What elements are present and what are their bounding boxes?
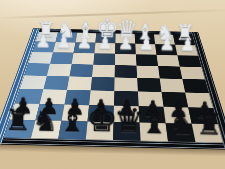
- square-f8[interactable]: ♝: [58, 121, 87, 140]
- square-f3[interactable]: [71, 53, 94, 65]
- black-queen[interactable]: ♛: [113, 103, 141, 138]
- square-c3[interactable]: [135, 54, 157, 66]
- square-d8[interactable]: ♛: [113, 122, 140, 141]
- square-a3[interactable]: [177, 55, 201, 67]
- square-d5[interactable]: [114, 77, 138, 91]
- black-knight[interactable]: ♞: [167, 110, 195, 140]
- black-bishop[interactable]: ♝: [58, 106, 86, 137]
- square-h8[interactable]: ♜: [3, 120, 35, 139]
- square-b5[interactable]: [159, 78, 184, 92]
- white-pawn[interactable]: ♟: [135, 35, 156, 53]
- square-a5[interactable]: [182, 79, 208, 93]
- square-d2[interactable]: ♟: [115, 43, 136, 54]
- square-f4[interactable]: [69, 64, 93, 77]
- square-e5[interactable]: [90, 77, 114, 91]
- chess-board-tilted: ♜♞♝♚♛♝♞♜♟♟♟♟♟♟♟♟♟♟♟♟♟♟♟♟♜♞♝♚♛♝♞♜: [0, 29, 225, 150]
- square-c4[interactable]: [136, 66, 159, 79]
- chess-board[interactable]: ♜♞♝♚♛♝♞♜♟♟♟♟♟♟♟♟♟♟♟♟♟♟♟♟♜♞♝♚♛♝♞♜: [3, 32, 223, 143]
- square-g8[interactable]: ♞: [30, 120, 61, 139]
- square-a4[interactable]: [179, 67, 204, 80]
- black-rook[interactable]: ♜: [195, 110, 223, 140]
- white-pawn[interactable]: ♟: [115, 34, 136, 52]
- black-knight[interactable]: ♞: [31, 106, 59, 136]
- square-e8[interactable]: ♚: [85, 121, 113, 140]
- white-pawn[interactable]: ♟: [156, 35, 177, 53]
- white-pawn[interactable]: ♟: [53, 33, 74, 51]
- square-f2[interactable]: ♟: [73, 42, 95, 53]
- black-rook[interactable]: ♜: [3, 106, 31, 136]
- square-a2[interactable]: ♟: [175, 45, 198, 56]
- square-d4[interactable]: [114, 65, 137, 78]
- square-f5[interactable]: [67, 76, 92, 90]
- square-g3[interactable]: [49, 52, 73, 64]
- square-h5[interactable]: [19, 75, 46, 89]
- square-e4[interactable]: [91, 65, 114, 78]
- white-pawn[interactable]: ♟: [73, 34, 94, 52]
- square-c5[interactable]: [137, 78, 161, 92]
- square-a8[interactable]: ♜: [191, 124, 222, 143]
- black-bishop[interactable]: ♝: [140, 108, 168, 139]
- square-g5[interactable]: [43, 76, 69, 90]
- square-b4[interactable]: [158, 66, 182, 79]
- black-king[interactable]: ♚: [85, 102, 113, 138]
- square-e3[interactable]: [93, 53, 115, 65]
- square-c8[interactable]: ♝: [139, 123, 167, 142]
- square-b3[interactable]: [156, 55, 179, 67]
- board-frame: ♜♞♝♚♛♝♞♜♟♟♟♟♟♟♟♟♟♟♟♟♟♟♟♟♜♞♝♚♛♝♞♜: [0, 29, 225, 150]
- square-b2[interactable]: ♟: [155, 44, 177, 55]
- square-h2[interactable]: ♟: [32, 42, 55, 53]
- white-pawn[interactable]: ♟: [94, 34, 115, 52]
- square-b8[interactable]: ♞: [165, 123, 195, 142]
- photo-scene: ♜♞♝♚♛♝♞♜♟♟♟♟♟♟♟♟♟♟♟♟♟♟♟♟♜♞♝♚♛♝♞♜: [0, 0, 225, 169]
- square-h3[interactable]: [28, 52, 53, 64]
- white-pawn[interactable]: ♟: [32, 33, 53, 51]
- square-h4[interactable]: [24, 63, 50, 76]
- square-e2[interactable]: ♟: [94, 43, 115, 54]
- square-g2[interactable]: ♟: [52, 42, 75, 53]
- square-d3[interactable]: [114, 54, 136, 66]
- white-pawn[interactable]: ♟: [177, 36, 198, 54]
- square-g4[interactable]: [46, 64, 71, 77]
- square-c2[interactable]: ♟: [135, 44, 156, 55]
